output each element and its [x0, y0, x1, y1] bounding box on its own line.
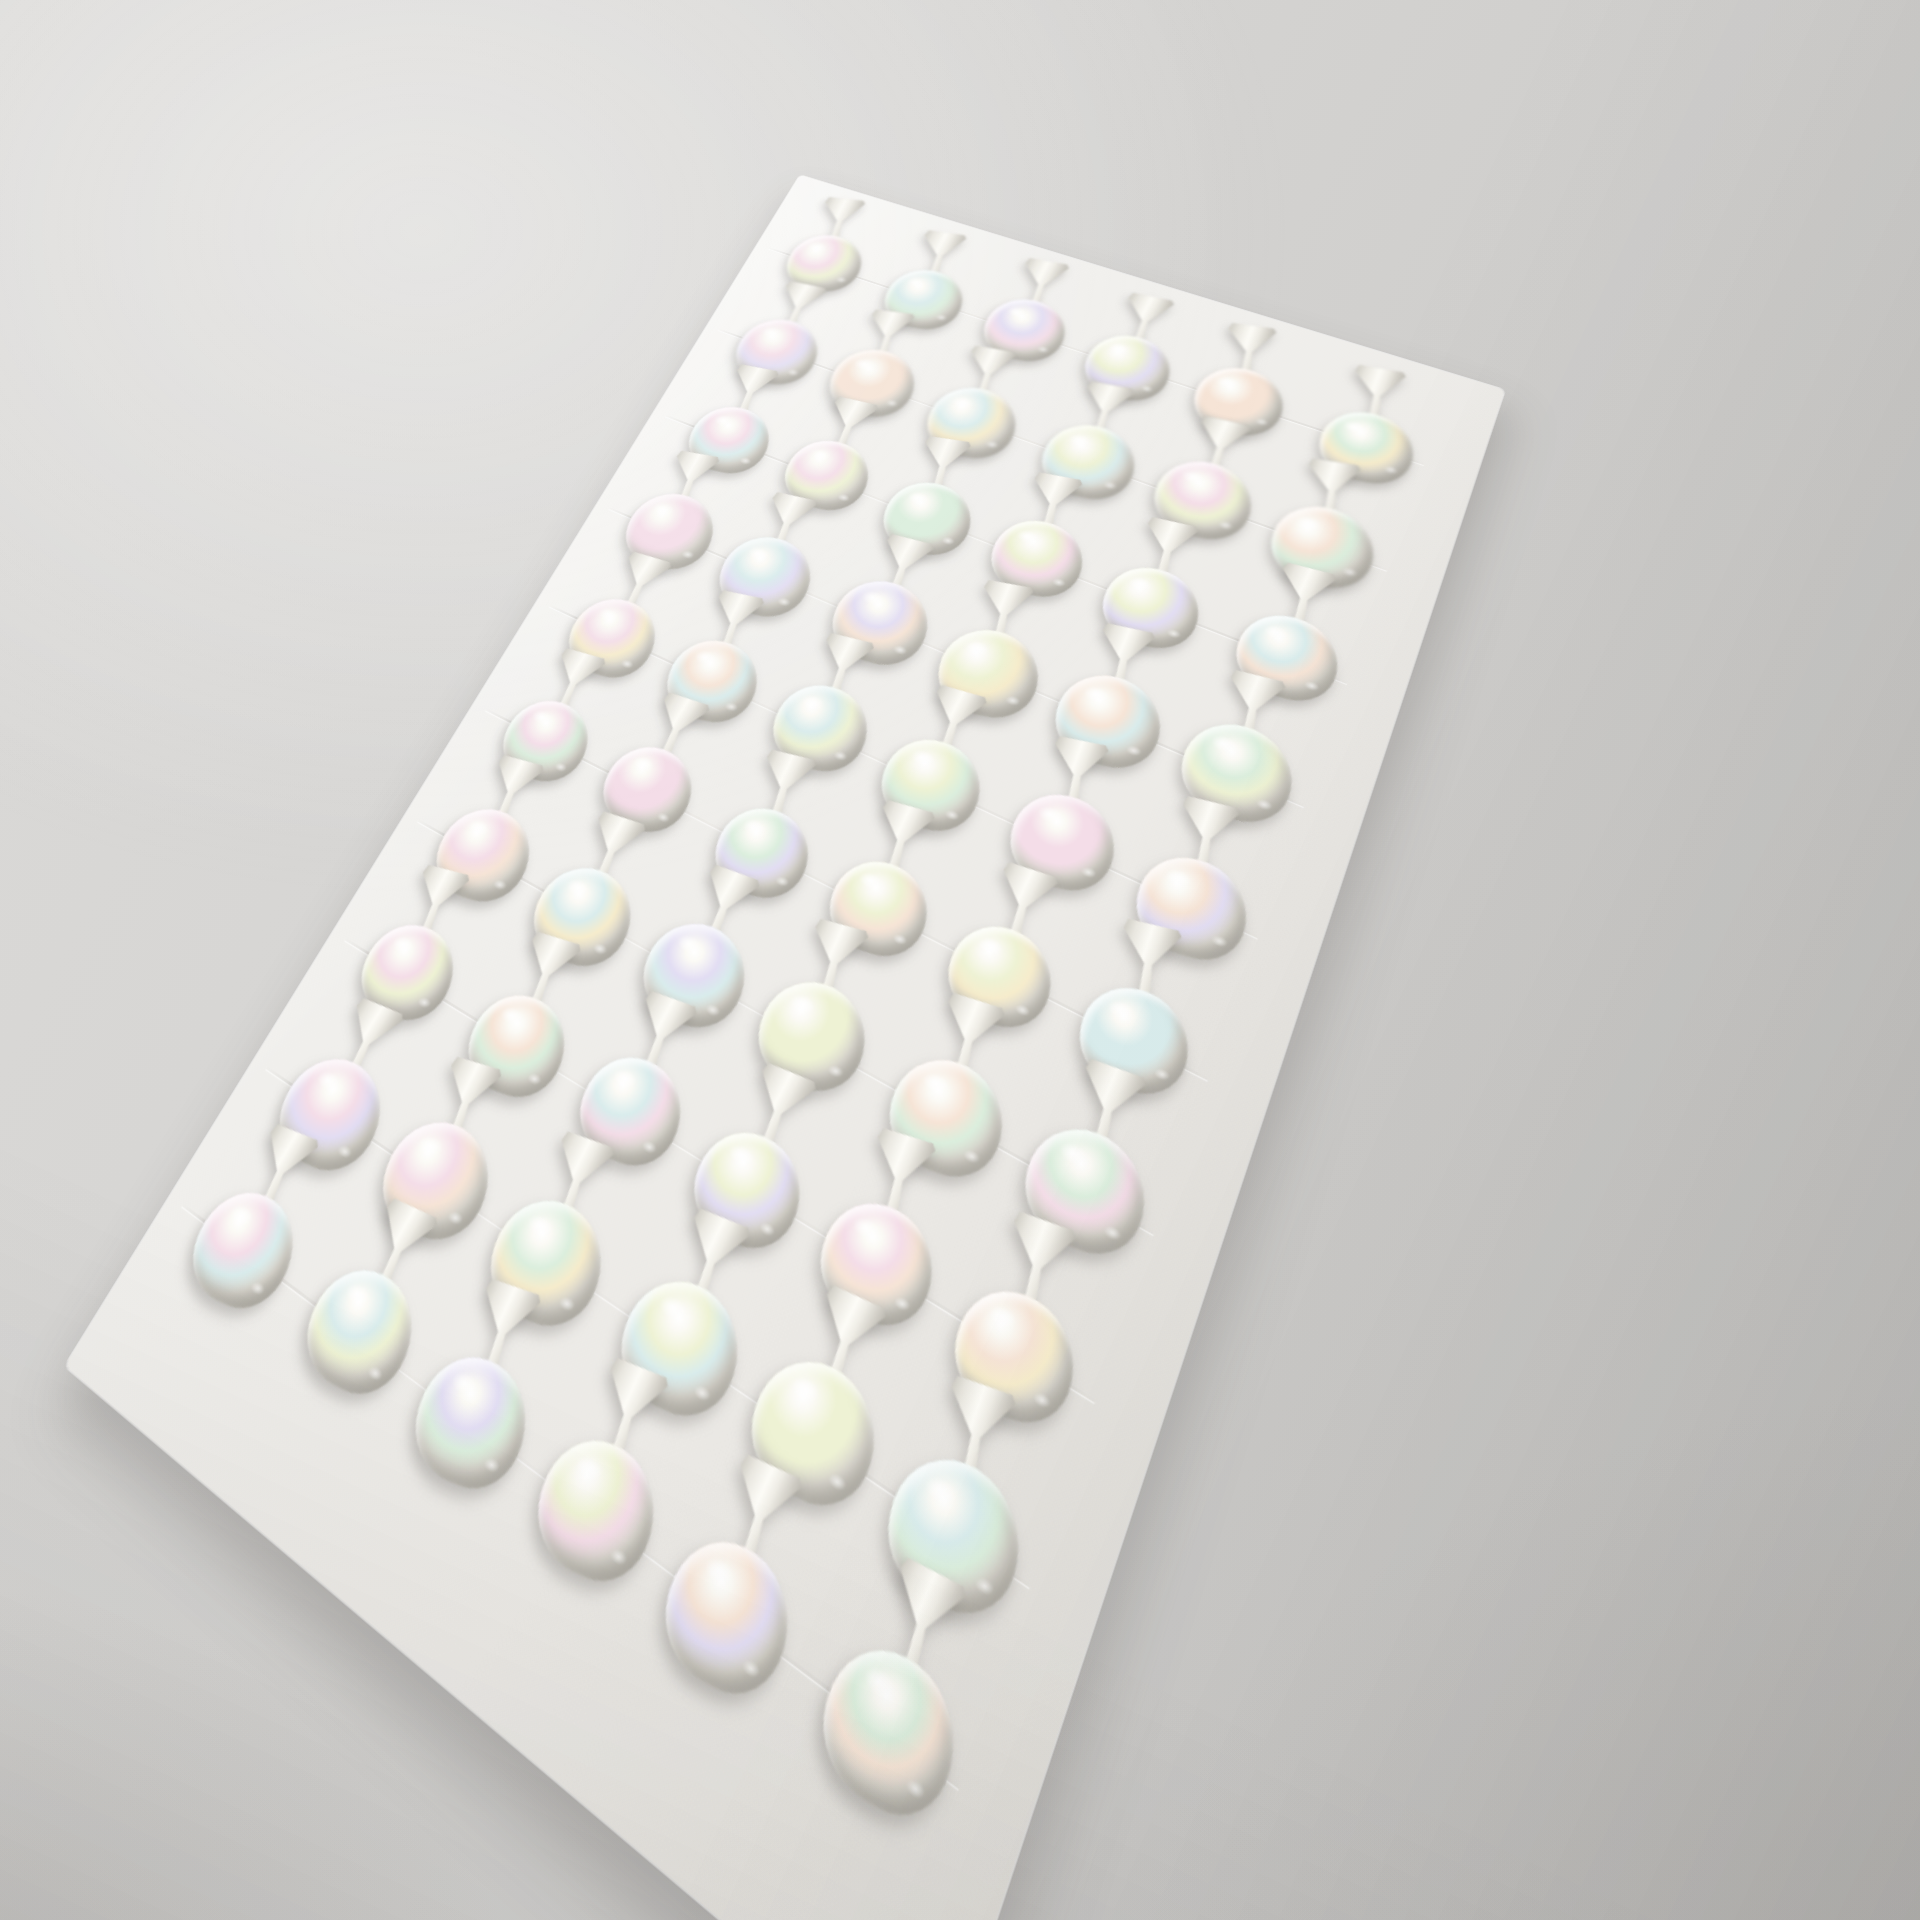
vase-bulb — [808, 1625, 968, 1840]
vase-bulb — [178, 1178, 310, 1323]
pearl-vase-sticker — [765, 204, 889, 301]
product-photo — [0, 0, 1920, 1920]
vase-bulb — [652, 1521, 804, 1716]
vase-bulb — [524, 1423, 668, 1600]
vase-bulb — [402, 1342, 540, 1504]
